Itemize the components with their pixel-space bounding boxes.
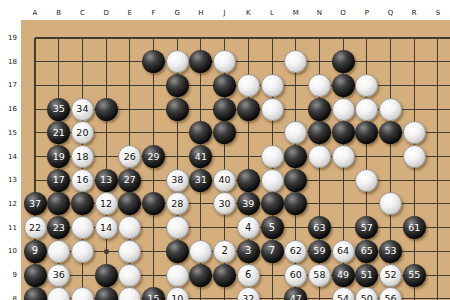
stone-L16-white[interactable]	[261, 98, 284, 121]
stone-L12-black[interactable]	[261, 192, 284, 215]
move-number: 22	[29, 223, 41, 233]
stone-J9-black[interactable]	[213, 264, 236, 287]
move-number: 49	[337, 270, 349, 280]
move-number: 18	[76, 152, 88, 162]
stone-D12-white-move-12[interactable]: 12	[95, 192, 118, 215]
stone-C14-white-move-18[interactable]: 18	[71, 145, 94, 168]
move-number: 12	[100, 199, 112, 209]
stone-A9-black[interactable]	[24, 264, 47, 287]
stone-K17-white[interactable]	[237, 74, 260, 97]
stone-R9-black-move-55[interactable]: 55	[403, 264, 426, 287]
stone-M9-white-move-60[interactable]: 60	[284, 264, 307, 287]
stone-F14-black-move-29[interactable]: 29	[142, 145, 165, 168]
row-label-10: 10	[1, 247, 17, 255]
row-label-17: 17	[1, 81, 17, 89]
stone-N16-black[interactable]	[308, 98, 331, 121]
stone-P10-black-move-65[interactable]: 65	[355, 240, 378, 263]
column-label-B: B	[52, 9, 66, 17]
stone-O10-white-move-64[interactable]: 64	[332, 240, 355, 263]
stone-B14-black-move-19[interactable]: 19	[47, 145, 70, 168]
stone-K11-white-move-4[interactable]: 4	[237, 216, 260, 239]
row-label-12: 12	[1, 200, 17, 208]
stone-R15-white[interactable]	[403, 121, 426, 144]
row-label-8: 8	[1, 295, 17, 300]
move-number: 6	[245, 270, 251, 280]
star-point-D10	[104, 249, 109, 254]
column-label-A: A	[28, 9, 42, 17]
stone-P8-white-move-50[interactable]: 50	[355, 287, 378, 300]
stone-H10-white[interactable]	[189, 240, 212, 263]
move-number: 14	[100, 223, 112, 233]
move-number: 21	[53, 128, 65, 138]
stone-M15-white[interactable]	[284, 121, 307, 144]
stone-G13-white-move-38[interactable]: 38	[166, 169, 189, 192]
stone-N10-black-move-59[interactable]: 59	[308, 240, 331, 263]
stone-Q15-black[interactable]	[379, 121, 402, 144]
stone-C15-white-move-20[interactable]: 20	[71, 121, 94, 144]
stone-O15-black[interactable]	[332, 121, 355, 144]
row-label-18: 18	[1, 58, 17, 66]
stone-Q9-white-move-52[interactable]: 52	[379, 264, 402, 287]
stone-G11-white[interactable]	[166, 216, 189, 239]
move-number: 28	[171, 199, 183, 209]
row-label-19: 19	[1, 34, 17, 42]
go-diagram-screen: 3534212019182629411716132738314037122830…	[0, 0, 450, 300]
move-number: 27	[124, 175, 136, 185]
move-number: 51	[361, 270, 373, 280]
move-number: 63	[313, 223, 325, 233]
grid-vline-R	[414, 38, 415, 300]
move-number: 34	[76, 104, 88, 114]
move-number: 52	[384, 270, 396, 280]
move-number: 29	[147, 152, 159, 162]
stone-B9-white-move-36[interactable]: 36	[47, 264, 70, 287]
grid-vline-F	[153, 38, 154, 300]
move-number: 58	[313, 270, 325, 280]
stone-O8-white-move-54[interactable]: 54	[332, 287, 355, 300]
stone-D9-black[interactable]	[95, 264, 118, 287]
stone-J10-white-move-2[interactable]: 2	[213, 240, 236, 263]
move-number: 13	[100, 175, 112, 185]
stone-B12-black[interactable]	[47, 192, 70, 215]
move-number: 36	[53, 270, 65, 280]
stone-C16-white-move-34[interactable]: 34	[71, 98, 94, 121]
stone-M12-black[interactable]	[284, 192, 307, 215]
column-label-M: M	[289, 9, 303, 17]
go-board[interactable]: 3534212019182629411716132738314037122830…	[21, 20, 450, 300]
stone-D11-white-move-14[interactable]: 14	[95, 216, 118, 239]
stone-N15-black[interactable]	[308, 121, 331, 144]
stone-E13-black-move-27[interactable]: 27	[118, 169, 141, 192]
move-number: 9	[32, 246, 38, 256]
move-number: 57	[361, 223, 373, 233]
stone-M18-white[interactable]	[284, 50, 307, 73]
stone-M14-black[interactable]	[284, 145, 307, 168]
stone-K13-black[interactable]	[237, 169, 260, 192]
stone-K8-white-move-32[interactable]: 32	[237, 287, 260, 300]
stone-C10-white[interactable]	[71, 240, 94, 263]
stone-J18-white[interactable]	[213, 50, 236, 73]
stone-N14-white[interactable]	[308, 145, 331, 168]
stone-Q10-black-move-53[interactable]: 53	[379, 240, 402, 263]
move-number: 31	[195, 175, 207, 185]
stone-D13-black-move-13[interactable]: 13	[95, 169, 118, 192]
stone-B8-white[interactable]	[47, 287, 70, 300]
column-label-R: R	[407, 9, 421, 17]
move-number: 62	[290, 246, 302, 256]
move-number: 56	[384, 294, 396, 300]
stone-J16-black[interactable]	[213, 98, 236, 121]
move-number: 15	[147, 294, 159, 300]
stone-O9-black-move-49[interactable]: 49	[332, 264, 355, 287]
move-number: 20	[76, 128, 88, 138]
stone-P15-black[interactable]	[355, 121, 378, 144]
move-number: 39	[242, 199, 254, 209]
stone-K12-black-move-39[interactable]: 39	[237, 192, 260, 215]
stone-J13-white-move-40[interactable]: 40	[213, 169, 236, 192]
stone-G8-white-move-10[interactable]: 10	[166, 287, 189, 300]
stone-B13-black-move-17[interactable]: 17	[47, 169, 70, 192]
move-number: 2	[221, 246, 227, 256]
move-number: 35	[53, 104, 65, 114]
stone-D16-black[interactable]	[95, 98, 118, 121]
move-number: 10	[171, 294, 183, 300]
stone-C11-white[interactable]	[71, 216, 94, 239]
stone-B16-black-move-35[interactable]: 35	[47, 98, 70, 121]
move-number: 55	[408, 270, 420, 280]
stone-K16-black[interactable]	[237, 98, 260, 121]
stone-O16-white[interactable]	[332, 98, 355, 121]
stone-L10-black-move-7[interactable]: 7	[261, 240, 284, 263]
stone-L17-white[interactable]	[261, 74, 284, 97]
stone-P16-white[interactable]	[355, 98, 378, 121]
stone-G16-black[interactable]	[166, 98, 189, 121]
grid-hline-19	[35, 37, 450, 39]
stone-Q8-white-move-56[interactable]: 56	[379, 287, 402, 300]
move-number: 64	[337, 246, 349, 256]
column-label-S: S	[431, 9, 445, 17]
move-number: 40	[219, 175, 231, 185]
stone-Q16-white[interactable]	[379, 98, 402, 121]
stone-D8-black[interactable]	[95, 287, 118, 300]
move-number: 37	[29, 199, 41, 209]
stone-F8-black-move-15[interactable]: 15	[142, 287, 165, 300]
move-number: 30	[219, 199, 231, 209]
column-label-F: F	[147, 9, 161, 17]
move-number: 59	[313, 246, 325, 256]
stone-Q12-white[interactable]	[379, 192, 402, 215]
stone-R11-black-move-61[interactable]: 61	[403, 216, 426, 239]
stone-O17-black[interactable]	[332, 74, 355, 97]
stone-P17-white[interactable]	[355, 74, 378, 97]
stone-C12-black[interactable]	[71, 192, 94, 215]
stone-M10-white-move-62[interactable]: 62	[284, 240, 307, 263]
stone-H9-black[interactable]	[189, 264, 212, 287]
stone-G12-white-move-28[interactable]: 28	[166, 192, 189, 215]
column-label-D: D	[99, 9, 113, 17]
row-label-14: 14	[1, 153, 17, 161]
stone-H15-black[interactable]	[189, 121, 212, 144]
row-label-13: 13	[1, 176, 17, 184]
stone-E12-black[interactable]	[118, 192, 141, 215]
column-label-N: N	[312, 9, 326, 17]
column-label-E: E	[123, 9, 137, 17]
stone-K10-black-move-3[interactable]: 3	[237, 240, 260, 263]
column-label-H: H	[194, 9, 208, 17]
stone-G18-white[interactable]	[166, 50, 189, 73]
column-label-O: O	[336, 9, 350, 17]
move-number: 50	[361, 294, 373, 300]
stone-N9-white-move-58[interactable]: 58	[308, 264, 331, 287]
move-number: 53	[384, 246, 396, 256]
stone-E9-white[interactable]	[118, 264, 141, 287]
row-label-15: 15	[1, 129, 17, 137]
stone-O18-black[interactable]	[332, 50, 355, 73]
stone-E14-white-move-26[interactable]: 26	[118, 145, 141, 168]
row-label-16: 16	[1, 105, 17, 113]
move-number: 41	[195, 152, 207, 162]
move-number: 19	[53, 152, 65, 162]
stone-H14-black-move-41[interactable]: 41	[189, 145, 212, 168]
move-number: 3	[245, 246, 251, 256]
stone-A10-black-move-9[interactable]: 9	[24, 240, 47, 263]
stone-E11-white[interactable]	[118, 216, 141, 239]
column-label-P: P	[360, 9, 374, 17]
move-number: 5	[269, 223, 275, 233]
move-number: 7	[269, 246, 275, 256]
move-number: 26	[124, 152, 136, 162]
grid-hline-18	[35, 61, 450, 62]
stone-M8-black-move-47[interactable]: 47	[284, 287, 307, 300]
move-number: 54	[337, 294, 349, 300]
stone-A8-black[interactable]	[24, 287, 47, 300]
column-label-C: C	[75, 9, 89, 17]
stone-P13-white[interactable]	[355, 169, 378, 192]
stone-G10-black[interactable]	[166, 240, 189, 263]
stone-L14-white[interactable]	[261, 145, 284, 168]
move-number: 60	[290, 270, 302, 280]
stone-J15-black[interactable]	[213, 121, 236, 144]
stone-M13-black[interactable]	[284, 169, 307, 192]
move-number: 23	[53, 223, 65, 233]
stone-P11-black-move-57[interactable]: 57	[355, 216, 378, 239]
stone-E8-white[interactable]	[118, 287, 141, 300]
row-label-11: 11	[1, 224, 17, 232]
stone-C8-white[interactable]	[71, 287, 94, 300]
move-number: 4	[245, 223, 251, 233]
stone-C13-white-move-16[interactable]: 16	[71, 169, 94, 192]
stone-B10-white[interactable]	[47, 240, 70, 263]
stone-K9-white-move-6[interactable]: 6	[237, 264, 260, 287]
column-label-G: G	[170, 9, 184, 17]
move-number: 16	[76, 175, 88, 185]
stone-N17-white[interactable]	[308, 74, 331, 97]
column-label-J: J	[218, 9, 232, 17]
move-number: 47	[290, 294, 302, 300]
stone-G9-white[interactable]	[166, 264, 189, 287]
move-number: 61	[408, 223, 420, 233]
stone-B11-black-move-23[interactable]: 23	[47, 216, 70, 239]
stone-O14-white[interactable]	[332, 145, 355, 168]
stone-A11-white-move-22[interactable]: 22	[24, 216, 47, 239]
move-number: 17	[53, 175, 65, 185]
column-label-L: L	[265, 9, 279, 17]
stone-F18-black[interactable]	[142, 50, 165, 73]
stone-A12-black-move-37[interactable]: 37	[24, 192, 47, 215]
stone-H13-black-move-31[interactable]: 31	[189, 169, 212, 192]
column-label-K: K	[241, 9, 255, 17]
stone-E10-white[interactable]	[118, 240, 141, 263]
stone-G17-black[interactable]	[166, 74, 189, 97]
stone-N11-black-move-63[interactable]: 63	[308, 216, 331, 239]
move-number: 32	[242, 294, 254, 300]
grid-vline-S	[437, 38, 438, 300]
column-label-Q: Q	[384, 9, 398, 17]
stone-R14-white[interactable]	[403, 145, 426, 168]
row-label-9: 9	[1, 271, 17, 279]
move-number: 38	[171, 175, 183, 185]
grid-hline-14	[35, 156, 450, 157]
stone-J17-black[interactable]	[213, 74, 236, 97]
stone-H18-black[interactable]	[189, 50, 212, 73]
stone-B15-black-move-21[interactable]: 21	[47, 121, 70, 144]
move-number: 65	[361, 246, 373, 256]
stone-L11-black-move-5[interactable]: 5	[261, 216, 284, 239]
stone-P9-black-move-51[interactable]: 51	[355, 264, 378, 287]
stone-L13-white[interactable]	[261, 169, 284, 192]
stone-J12-white-move-30[interactable]: 30	[213, 192, 236, 215]
stone-F12-black[interactable]	[142, 192, 165, 215]
